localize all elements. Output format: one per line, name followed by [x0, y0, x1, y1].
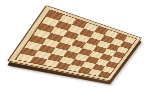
photo-canvas	[0, 0, 150, 90]
square-h1	[98, 71, 111, 78]
